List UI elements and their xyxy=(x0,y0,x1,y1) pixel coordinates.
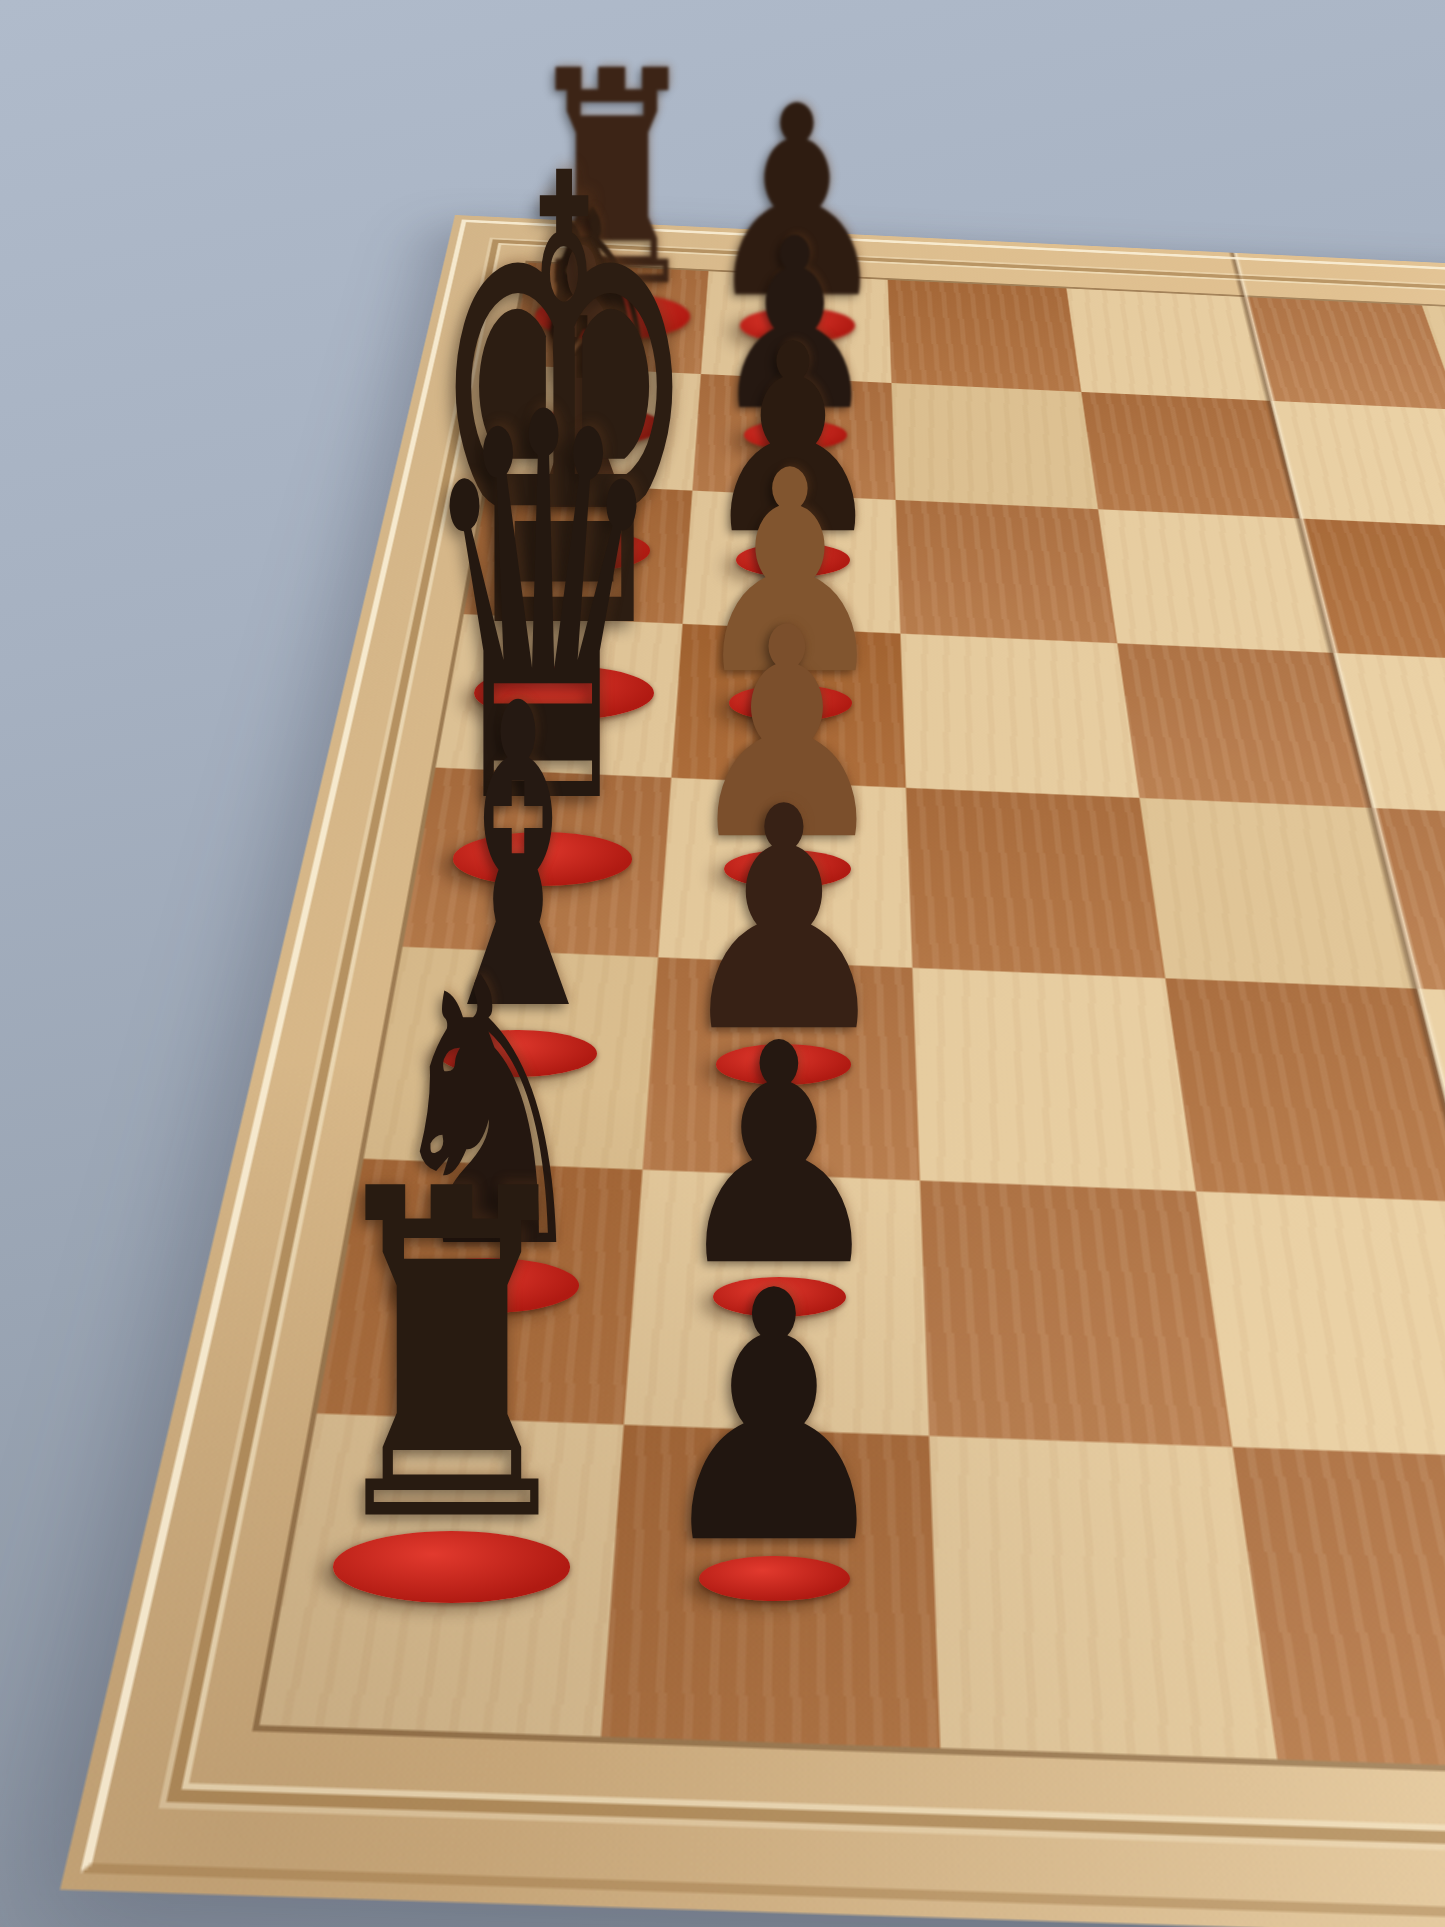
black-knight-glyph: ♞ xyxy=(381,932,595,1299)
red-felt-base xyxy=(736,543,850,577)
red-felt-base xyxy=(744,420,847,451)
red-felt-base xyxy=(474,666,655,720)
red-felt-base xyxy=(716,1044,851,1085)
red-felt-base xyxy=(333,1531,571,1602)
black-pawn-glyph: ♟ xyxy=(670,1004,888,1308)
black-pawn-glyph: ♟ xyxy=(650,1246,897,1591)
black-pawn-glyph: ♟ xyxy=(700,310,886,570)
red-felt-base xyxy=(729,685,851,722)
black-queen-glyph: ♛ xyxy=(419,346,667,878)
black-knight-glyph: ♞ xyxy=(523,177,673,435)
black-king-glyph: ♚ xyxy=(425,97,702,716)
red-felt-base xyxy=(713,1277,846,1317)
red-felt-base xyxy=(534,407,662,445)
pieces-layer: ♜♞♝♛♚♝♞♜♟♟♟♟♟♟♟♟ xyxy=(0,0,1445,1927)
black-pawn-glyph: ♟ xyxy=(690,434,890,713)
black-bishop-glyph: ♝ xyxy=(420,651,615,1069)
black-pawn-glyph: ♟ xyxy=(673,767,894,1075)
black-pawn-glyph: ♟ xyxy=(711,208,880,444)
black-rook-glyph: ♜ xyxy=(522,33,702,328)
red-felt-base xyxy=(438,1030,597,1078)
red-felt-base xyxy=(397,1258,579,1313)
red-felt-base xyxy=(514,530,650,571)
red-felt-base xyxy=(699,1556,850,1601)
red-felt-base xyxy=(740,308,855,343)
red-felt-base xyxy=(535,293,690,339)
black-pawn-glyph: ♟ xyxy=(703,72,892,335)
photo-stage: ♜♞♝♛♚♝♞♜♟♟♟♟♟♟♟♟ xyxy=(0,0,1445,1927)
red-felt-base xyxy=(724,850,851,888)
black-rook-glyph: ♜ xyxy=(314,1132,590,1584)
red-felt-base xyxy=(453,832,631,886)
black-bishop-glyph: ♝ xyxy=(499,204,666,563)
black-pawn-glyph: ♟ xyxy=(683,590,891,880)
